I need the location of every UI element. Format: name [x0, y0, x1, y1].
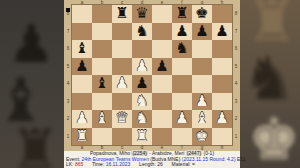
white-bishop-b2: ♝: [95, 111, 108, 126]
white-rook-a1: ♜: [75, 128, 88, 143]
square-f8[interactable]: ♜: [172, 5, 192, 23]
rank-label-6: 6: [232, 40, 240, 58]
square-g7[interactable]: ♟: [192, 23, 212, 41]
square-b5[interactable]: [92, 58, 112, 76]
rank-label-7: 7: [232, 23, 240, 41]
background-blur-pawn-icon: ♟: [8, 18, 55, 70]
background-blur-rook-icon: ♜: [10, 122, 60, 168]
square-b1[interactable]: [92, 128, 112, 146]
black-pawn-f7: ♟: [175, 23, 188, 38]
square-d4[interactable]: ♟: [132, 75, 152, 93]
square-g3[interactable]: ♟: [192, 93, 212, 111]
black-pawn-d4: ♟: [135, 76, 148, 91]
black-bishop-b4: ♝: [95, 76, 108, 91]
square-b4[interactable]: ♝: [92, 75, 112, 93]
square-g5[interactable]: [192, 58, 212, 76]
white-pawn-c4: ♟: [115, 76, 128, 91]
black-pawn-e5: ♟: [155, 58, 168, 73]
square-b7[interactable]: [92, 23, 112, 41]
rank-label-7: 7: [64, 23, 72, 41]
rank-label-4: 4: [64, 75, 72, 93]
square-f6[interactable]: ♞: [172, 40, 192, 58]
eco-code: E11: [237, 156, 246, 162]
background-left-strip: ♟ ♝ ♜: [0, 0, 64, 168]
rank-label-8: 8: [232, 5, 240, 23]
square-f5[interactable]: [172, 58, 192, 76]
square-h4[interactable]: [212, 75, 232, 93]
black-queen-d8: ♛: [135, 6, 148, 21]
rank-label-2: 2: [64, 110, 72, 128]
square-d1[interactable]: ♜: [132, 128, 152, 146]
square-d3[interactable]: ♞: [132, 93, 152, 111]
rank-label-4: 4: [232, 75, 240, 93]
square-c6[interactable]: [112, 40, 132, 58]
background-blur-knight-icon: ♞: [242, 48, 296, 108]
black-to-move-indicator: [66, 8, 70, 12]
rank-labels-left: 87654321: [64, 5, 72, 145]
rank-label-3: 3: [64, 93, 72, 111]
time-value: 16.11.2023: [106, 161, 131, 167]
square-h3[interactable]: [212, 93, 232, 111]
square-d2[interactable]: ♞: [132, 110, 152, 128]
square-h6[interactable]: [212, 40, 232, 58]
white-pawn-d5: ♟: [135, 58, 148, 73]
square-f7[interactable]: ♟: [172, 23, 192, 41]
rank-label-1: 1: [64, 128, 72, 146]
length-value: 26: [157, 161, 163, 167]
square-c1[interactable]: [112, 128, 132, 146]
square-b2[interactable]: ♝: [92, 110, 112, 128]
black-king-g8: ♚: [195, 6, 208, 21]
rank-label-6: 6: [64, 40, 72, 58]
square-a6[interactable]: ♝: [72, 40, 92, 58]
square-a4[interactable]: [72, 75, 92, 93]
square-g6[interactable]: [192, 40, 212, 58]
square-h5[interactable]: [212, 58, 232, 76]
rank-label-5: 5: [232, 58, 240, 76]
square-e3[interactable]: [152, 93, 172, 111]
lk-value: 865: [75, 161, 83, 167]
square-d8[interactable]: ♛: [132, 5, 152, 23]
white-knight-d2: ♞: [135, 111, 148, 126]
rank-label-3: 3: [232, 93, 240, 111]
white-pawn-g3: ♟: [195, 93, 208, 108]
time-label: Time:: [92, 161, 104, 167]
white-knight-d3: ♞: [135, 93, 148, 108]
square-b3[interactable]: [92, 93, 112, 111]
white-pawn-f2: ♟: [175, 111, 188, 126]
square-e4[interactable]: [152, 75, 172, 93]
square-e7[interactable]: [152, 23, 172, 41]
length-label: Length:: [139, 161, 156, 167]
stats-line: LK: 865 Time: 16.11.2023 Length: 26 Mate…: [64, 162, 240, 168]
square-c2[interactable]: ♛: [112, 110, 132, 128]
black-pawn-g7: ♟: [195, 23, 208, 38]
square-h1[interactable]: [212, 128, 232, 146]
lk-label: LK:: [66, 161, 74, 167]
white-pawn-h2: ♟: [215, 111, 228, 126]
square-g4[interactable]: [192, 75, 212, 93]
rank-label-5: 5: [64, 58, 72, 76]
square-e2[interactable]: [152, 110, 172, 128]
square-e6[interactable]: [152, 40, 172, 58]
chess-board: ♜♛♜♚♞♟♟♟♝♞♟♟♟♝♟♟♞♟♟♝♛♞♟♝♟♜♜♚: [72, 5, 232, 145]
square-d5[interactable]: ♟: [132, 58, 152, 76]
game-info-bar: Popadinova, Miho (2254) - Arabidze, Meri…: [64, 151, 240, 168]
background-right-strip: ♜ ♞ ♚: [240, 0, 300, 168]
square-c4[interactable]: ♟: [112, 75, 132, 93]
black-rook-f8: ♜: [175, 6, 188, 21]
square-c7[interactable]: [112, 23, 132, 41]
square-c8[interactable]: ♜: [112, 5, 132, 23]
material-value: =: [192, 161, 195, 167]
square-d6[interactable]: [132, 40, 152, 58]
square-e5[interactable]: ♟: [152, 58, 172, 76]
square-f2[interactable]: ♟: [172, 110, 192, 128]
square-h8[interactable]: [212, 5, 232, 23]
black-pawn-h7: ♟: [215, 23, 228, 38]
square-h7[interactable]: ♟: [212, 23, 232, 41]
square-e8[interactable]: [152, 5, 172, 23]
square-c5[interactable]: [112, 58, 132, 76]
square-g2[interactable]: ♝: [192, 110, 212, 128]
background-blur-king-icon: ♚: [248, 110, 300, 168]
white-rook-d1: ♜: [135, 128, 148, 143]
black-pawn-a5: ♟: [75, 58, 88, 73]
rank-label-2: 2: [232, 110, 240, 128]
square-a2[interactable]: ♟: [72, 110, 92, 128]
black-knight-f6: ♞: [175, 41, 188, 56]
square-a5[interactable]: ♟: [72, 58, 92, 76]
black-bishop-a6: ♝: [75, 41, 88, 56]
black-knight-d7: ♞: [135, 23, 148, 38]
square-g8[interactable]: ♚: [192, 5, 212, 23]
square-e1[interactable]: [152, 128, 172, 146]
square-a8[interactable]: [72, 5, 92, 23]
rank-labels-right: 87654321: [232, 5, 240, 145]
square-a7[interactable]: [72, 23, 92, 41]
board-panel: abcdefgh 87654321 ♜♛♜♚♞♟♟♟♝♞♟♟♟♝♟♟♞♟♟♝♛♞…: [64, 0, 240, 168]
white-pawn-a2: ♟: [75, 111, 88, 126]
white-king-g1: ♚: [195, 128, 208, 143]
square-b8[interactable]: [92, 5, 112, 23]
square-f3[interactable]: [172, 93, 192, 111]
material-label: Material:: [172, 161, 191, 167]
square-f4[interactable]: [172, 75, 192, 93]
video-frame: ♟ ♝ ♜ ♜ ♞ ♚ abcdefgh 87654321 ♜♛♜♚♞♟♟♟♝♞…: [0, 0, 300, 168]
square-a1[interactable]: ♜: [72, 128, 92, 146]
square-f1[interactable]: [172, 128, 192, 146]
rank-label-1: 1: [232, 128, 240, 146]
black-rook-c8: ♜: [115, 6, 128, 21]
square-b6[interactable]: [92, 40, 112, 58]
white-queen-c2: ♛: [115, 111, 128, 126]
square-d7[interactable]: ♞: [132, 23, 152, 41]
square-c3[interactable]: [112, 93, 132, 111]
square-g1[interactable]: ♚: [192, 128, 212, 146]
white-bishop-g2: ♝: [195, 111, 208, 126]
square-a3[interactable]: [72, 93, 92, 111]
square-h2[interactable]: ♟: [212, 110, 232, 128]
